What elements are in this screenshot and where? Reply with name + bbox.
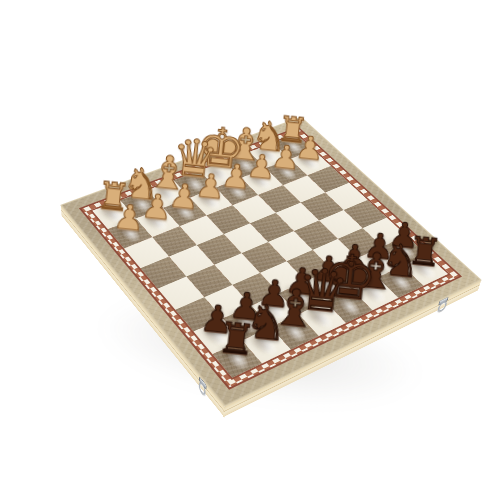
- square: [294, 220, 338, 250]
- metal-clasp-front: [197, 374, 208, 402]
- square: ♝: [352, 278, 398, 311]
- square: ♜: [402, 255, 447, 286]
- clasp-ring: [199, 380, 206, 398]
- metal-clasp-right: [434, 295, 450, 317]
- square: ♚: [325, 290, 372, 324]
- piece-wr: ♜: [62, 173, 164, 221]
- square: ♞: [242, 327, 291, 363]
